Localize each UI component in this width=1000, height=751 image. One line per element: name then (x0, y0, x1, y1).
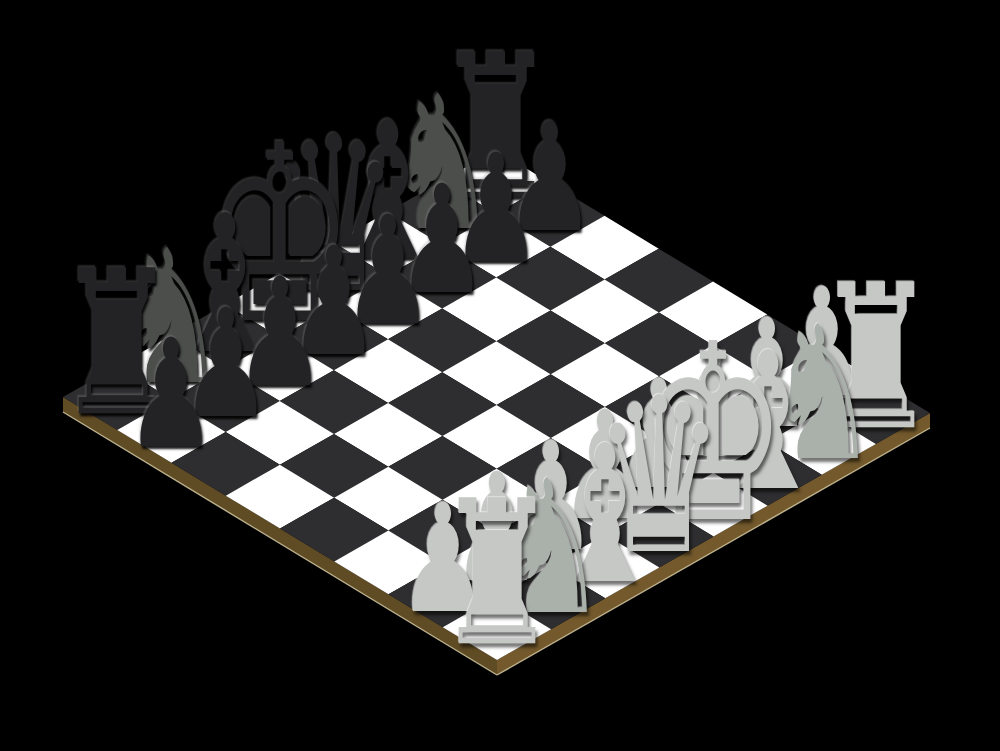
chess-scene: ♜♞♝♛♚♝♞♜♟♟♟♟♟♟♟♟♟♟♟♟♟♟♟♟♜♞♝♚♛♝♞♜ (0, 0, 1000, 751)
piece-white-rook-h1[interactable]: ♜ (436, 474, 558, 674)
piece-black-pawn-h7[interactable]: ♟ (126, 319, 217, 469)
